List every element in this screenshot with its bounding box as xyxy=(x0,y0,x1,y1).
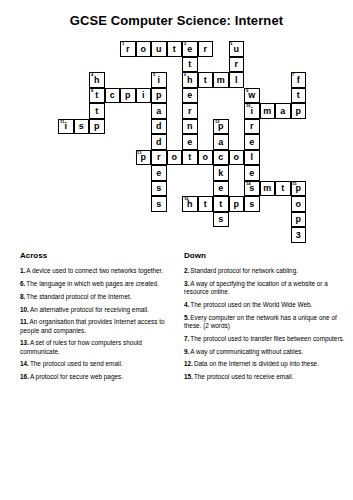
clue-text: The protocol used to transfer files betw… xyxy=(190,335,344,342)
clue-item-across-16: 16.A protocol for secure web pages. xyxy=(20,373,178,381)
clue-item-across-13: 13.A set of rules for how computers shou… xyxy=(20,339,178,355)
cell-letter: s xyxy=(79,122,84,133)
cell-letter: o xyxy=(172,153,178,164)
grid-cell-r6c8[interactable]: e xyxy=(182,134,198,150)
cell-number: 16 xyxy=(184,197,189,201)
clue-item-across-14: 14.The protocol used to send email. xyxy=(20,360,178,368)
cell-letter: e xyxy=(156,169,161,180)
clue-number: 16. xyxy=(20,373,29,380)
cell-letter: i xyxy=(64,122,67,133)
grid-cell-r4c13[interactable]: m xyxy=(260,103,276,119)
worksheet-page: GCSE Computer Science: Internet 1rout2er… xyxy=(0,0,353,500)
grid-cell-r8c10[interactable]: k xyxy=(213,165,229,181)
clue-number: 1. xyxy=(20,267,25,274)
cell-number: 4 xyxy=(91,73,93,77)
cell-letter: h xyxy=(187,76,193,87)
grid-cell-r0c9[interactable]: r xyxy=(198,41,214,57)
grid-cell-r6c12[interactable]: e xyxy=(244,134,260,150)
clue-text: An organisation that provides Internet a… xyxy=(20,318,165,333)
cell-letter: s xyxy=(218,215,223,226)
grid-cell-r5c10[interactable]: 12p xyxy=(213,119,229,135)
cell-number: 5 xyxy=(153,73,155,77)
clue-text: A way of specifying the location of a we… xyxy=(184,280,328,295)
clue-item-down-5: 5.Every computer on the network has a un… xyxy=(184,314,347,330)
clue-item-across-1: 1.A device used to connect two networks … xyxy=(20,267,178,275)
grid-cell-r9c14[interactable]: t xyxy=(275,181,291,197)
grid-cell-r10c9[interactable]: t xyxy=(198,196,214,212)
cell-number: 9 xyxy=(246,89,248,93)
cell-letter: r xyxy=(188,107,192,118)
grid-cell-r7c7[interactable]: o xyxy=(167,150,183,166)
clue-text: A device used to connect two networks to… xyxy=(26,267,163,274)
grid-cell-r9c12[interactable]: 14s xyxy=(244,181,260,197)
cell-letter: f xyxy=(297,76,300,87)
clue-number: 8. xyxy=(20,293,25,300)
clue-item-down-15: 15.The protocol used to receive email. xyxy=(184,373,347,381)
clue-item-across-8: 8.The standard protocol of the Internet. xyxy=(20,293,178,301)
cell-letter: s xyxy=(156,184,161,195)
grid-cell-r4c12[interactable]: 10i xyxy=(244,103,260,119)
cell-letter: p xyxy=(296,215,302,226)
grid-cell-r9c10[interactable]: e xyxy=(213,181,229,197)
cell-number: 12 xyxy=(215,120,220,124)
grid-cell-r4c8[interactable]: r xyxy=(182,103,198,119)
cell-number: 15 xyxy=(292,182,297,186)
grid-cell-r10c15[interactable]: o xyxy=(291,196,307,212)
cell-letter: p xyxy=(125,91,131,102)
grid-cell-r5c0[interactable]: 11i xyxy=(58,119,74,135)
cell-letter: t xyxy=(281,184,284,195)
down-clues-section: Down 2.Standard protocol for network cab… xyxy=(184,251,347,386)
grid-cell-r5c8[interactable]: n xyxy=(182,119,198,135)
grid-cell-r7c11[interactable]: o xyxy=(229,150,245,166)
cell-letter: t xyxy=(188,60,191,71)
cell-letter: r xyxy=(250,122,254,133)
cell-number: 2 xyxy=(184,42,186,46)
cell-letter: r xyxy=(126,45,130,56)
cell-letter: n xyxy=(187,122,193,133)
cell-letter: p xyxy=(234,200,240,211)
cell-letter: t xyxy=(173,45,176,56)
grid-cell-r7c12[interactable]: l xyxy=(244,150,260,166)
across-clues-section: Across 1.A device used to connect two ne… xyxy=(20,251,178,386)
cell-letter: a xyxy=(280,107,285,118)
clue-text: The protocol used on the World Wide Web. xyxy=(190,301,312,308)
clue-text: The protocol used to receive email. xyxy=(194,373,293,380)
cell-number: 11 xyxy=(60,120,64,124)
grid-cell-r3c5[interactable]: i xyxy=(136,88,152,104)
cell-letter: p xyxy=(156,91,162,102)
cell-letter: w xyxy=(248,91,255,102)
cell-letter: 3 xyxy=(296,231,301,242)
cell-letter: s xyxy=(156,200,161,211)
clue-text: A set of rules for how computers should … xyxy=(20,339,142,354)
grid-cell-r7c9[interactable]: o xyxy=(198,150,214,166)
cell-letter: a xyxy=(156,107,161,118)
clue-number: 3. xyxy=(184,280,189,287)
grid-cell-r0c4[interactable]: 1r xyxy=(120,41,136,57)
grid-cell-r10c8[interactable]: 16h xyxy=(182,196,198,212)
page-title: GCSE Computer Science: Internet xyxy=(0,13,353,28)
grid-cell-r0c11[interactable]: 3u xyxy=(229,41,245,57)
grid-cell-r9c15[interactable]: 15p xyxy=(291,181,307,197)
clue-number: 14. xyxy=(20,360,29,367)
grid-cell-r7c5[interactable]: 13p xyxy=(136,150,152,166)
down-heading: Down xyxy=(184,251,347,261)
cell-letter: e xyxy=(187,138,192,149)
grid-cell-r3c12[interactable]: 9w xyxy=(244,88,260,104)
grid-cell-r2c9[interactable]: t xyxy=(198,72,214,88)
cell-letter: t xyxy=(219,200,222,211)
cell-letter: e xyxy=(187,91,192,102)
cell-letter: r xyxy=(234,60,238,71)
grid-cell-r2c6[interactable]: 5i xyxy=(151,72,167,88)
cell-letter: h xyxy=(94,76,100,87)
grid-cell-r3c4[interactable]: p xyxy=(120,88,136,104)
across-heading: Across xyxy=(20,251,178,261)
grid-cell-r10c10[interactable]: t xyxy=(213,196,229,212)
cell-letter: p xyxy=(94,122,100,133)
clue-number: 10. xyxy=(20,306,29,313)
grid-cell-r7c6[interactable]: r xyxy=(151,150,167,166)
grid-cell-r3c8[interactable]: e xyxy=(182,88,198,104)
clue-text: A protocol for secure web pages. xyxy=(30,373,123,380)
cell-letter: e xyxy=(187,45,192,56)
grid-cell-r10c6[interactable]: s xyxy=(151,196,167,212)
cell-letter: k xyxy=(218,169,223,180)
grid-cell-r2c11[interactable]: l xyxy=(229,72,245,88)
grid-cell-r0c6[interactable]: u xyxy=(151,41,167,57)
grid-cell-r5c6[interactable]: d xyxy=(151,119,167,135)
cell-letter: s xyxy=(249,200,254,211)
cell-letter: r xyxy=(157,153,161,164)
grid-cell-r8c6[interactable]: e xyxy=(151,165,167,181)
cell-number: 14 xyxy=(246,182,251,186)
clue-number: 13. xyxy=(20,339,29,346)
clue-text: The protocol used to send email. xyxy=(30,360,123,367)
clue-item-down-4: 4.The protocol used on the World Wide We… xyxy=(184,301,347,309)
grid-cell-r7c8[interactable]: t xyxy=(182,150,198,166)
cell-letter: a xyxy=(218,138,223,149)
clue-item-down-3: 3.A way of specifying the location of a … xyxy=(184,280,347,296)
grid-cell-r3c3[interactable]: c xyxy=(105,88,121,104)
cell-letter: d xyxy=(156,122,162,133)
grid-cell-r2c8[interactable]: 6h xyxy=(182,72,198,88)
clue-text: An alternative protocol for receiving em… xyxy=(30,306,149,313)
clue-item-down-9: 9.A way of communicating without cables. xyxy=(184,348,347,356)
grid-cell-r6c6[interactable]: d xyxy=(151,134,167,150)
grid-cell-r12c15[interactable]: 3 xyxy=(291,227,307,243)
clue-text: Standard protocol for network cabling. xyxy=(190,267,298,274)
cell-letter: r xyxy=(203,45,207,56)
cell-letter: p xyxy=(296,107,302,118)
clue-text: Every computer on the network has a uniq… xyxy=(184,314,337,329)
cell-letter: o xyxy=(234,153,240,164)
cell-number: 1 xyxy=(122,42,124,46)
cell-letter: c xyxy=(110,91,115,102)
cell-letter: o xyxy=(141,45,147,56)
grid-cell-r7c10[interactable]: c xyxy=(213,150,229,166)
grid-cell-r5c12[interactable]: r xyxy=(244,119,260,135)
clue-item-across-10: 10.An alternative protocol for receiving… xyxy=(20,306,178,314)
cell-letter: e xyxy=(249,169,254,180)
cell-letter: i xyxy=(250,107,253,118)
grid-cell-r1c8[interactable]: t xyxy=(182,57,198,73)
clue-text: Data on the Internet is divided up into … xyxy=(194,360,319,367)
clue-item-across-6: 6.The language in which web pages are cr… xyxy=(20,280,178,288)
cell-letter: t xyxy=(95,91,98,102)
clue-number: 15. xyxy=(184,373,193,380)
cell-letter: c xyxy=(218,153,223,164)
clue-item-across-11: 11.An organisation that provides Interne… xyxy=(20,318,178,334)
cell-number: 6 xyxy=(184,73,186,77)
grid-cell-r3c2[interactable]: 8t xyxy=(89,88,105,104)
clue-text: A way of communicating without cables. xyxy=(190,348,303,355)
grid-cell-r11c15[interactable]: p xyxy=(291,212,307,228)
cell-number: 13 xyxy=(137,151,142,155)
cell-letter: l xyxy=(250,153,253,164)
cell-letter: t xyxy=(95,107,98,118)
clue-number: 4. xyxy=(184,301,189,308)
cell-letter: e xyxy=(249,138,254,149)
cell-letter: d xyxy=(156,138,162,149)
cell-letter: o xyxy=(203,153,209,164)
grid-cell-r5c1[interactable]: s xyxy=(74,119,90,135)
grid-cell-r2c10[interactable]: m xyxy=(213,72,229,88)
cell-letter: m xyxy=(217,76,225,87)
grid-cell-r8c12[interactable]: e xyxy=(244,165,260,181)
grid-cell-r9c13[interactable]: m xyxy=(260,181,276,197)
grid-cell-r0c5[interactable]: o xyxy=(136,41,152,57)
cell-letter: i xyxy=(157,76,160,87)
grid-cell-r3c6[interactable]: p xyxy=(151,88,167,104)
clue-number: 6. xyxy=(20,280,25,287)
cell-letter: u xyxy=(156,45,162,56)
clue-number: 7. xyxy=(184,335,189,342)
grid-cell-r0c7[interactable]: t xyxy=(167,41,183,57)
grid-cell-r0c8[interactable]: 2e xyxy=(182,41,198,57)
cell-letter: e xyxy=(218,184,223,195)
cell-letter: o xyxy=(296,200,302,211)
grid-cell-r4c14[interactable]: a xyxy=(275,103,291,119)
grid-cell-r2c15[interactable]: 7f xyxy=(291,72,307,88)
cell-number: 8 xyxy=(91,89,93,93)
clue-number: 11. xyxy=(20,318,29,325)
grid-cell-r4c6[interactable]: a xyxy=(151,103,167,119)
grid-cell-r10c12[interactable]: s xyxy=(244,196,260,212)
cell-letter: m xyxy=(263,184,271,195)
grid-cell-r6c10[interactable]: a xyxy=(213,134,229,150)
cell-letter: t xyxy=(188,153,191,164)
clue-text: The language in which web pages are crea… xyxy=(26,280,159,287)
clue-item-down-7: 7.The protocol used to transfer files be… xyxy=(184,335,347,343)
cell-letter: t xyxy=(204,200,207,211)
grid-cell-r10c11[interactable]: p xyxy=(229,196,245,212)
clue-number: 5. xyxy=(184,314,189,321)
clue-number: 12. xyxy=(184,360,193,367)
clue-item-down-12: 12.Data on the Internet is divided up in… xyxy=(184,360,347,368)
cell-letter: l xyxy=(235,76,238,87)
grid-cell-r4c2[interactable]: t xyxy=(89,103,105,119)
cell-number: 7 xyxy=(292,73,294,77)
grid-cell-r1c11[interactable]: r xyxy=(229,57,245,73)
cell-letter: m xyxy=(263,107,271,118)
grid-cell-r5c2[interactable]: p xyxy=(89,119,105,135)
clue-number: 2. xyxy=(184,267,189,274)
clue-number: 9. xyxy=(184,348,189,355)
clue-item-down-2: 2.Standard protocol for network cabling. xyxy=(184,267,347,275)
cell-number: 3 xyxy=(230,42,232,46)
crossword-grid: 1rout2er3utr4h5i6html7f8tcpipe9wttar10im… xyxy=(58,41,306,243)
grid-cell-r9c6[interactable]: s xyxy=(151,181,167,197)
clue-text: The standard protocol of the Internet. xyxy=(26,293,131,300)
grid-cell-r11c10[interactable]: s xyxy=(213,212,229,228)
cell-letter: t xyxy=(204,76,207,87)
cell-letter: i xyxy=(142,91,145,102)
cell-letter: t xyxy=(297,91,300,102)
cell-letter: u xyxy=(234,45,240,56)
grid-cell-r4c15[interactable]: p xyxy=(291,103,307,119)
cell-number: 10 xyxy=(246,104,251,108)
grid-cell-r3c15[interactable]: t xyxy=(291,88,307,104)
grid-cell-r2c2[interactable]: 4h xyxy=(89,72,105,88)
